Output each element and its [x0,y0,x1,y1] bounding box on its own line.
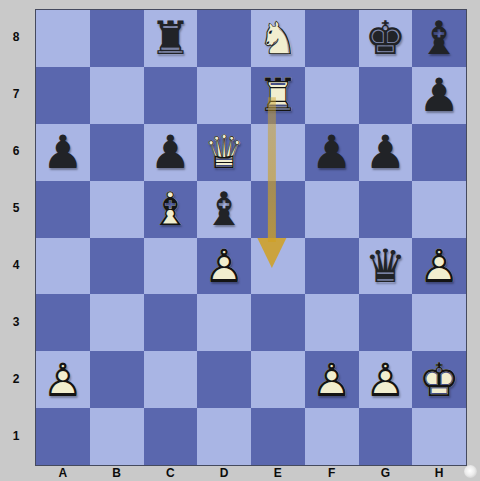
piece-outline-glyph: ♘ [251,10,305,67]
square-d5[interactable]: ♝ [197,181,251,238]
piece-glyph: ♝ [197,181,251,238]
piece-black-pawn[interactable]: ♟ [144,124,198,181]
rank-label-5: 5 [4,180,28,237]
square-h5[interactable] [412,181,466,238]
piece-glyph: ♟ [412,67,466,124]
piece-glyph: ♛ [359,238,413,295]
square-g5[interactable] [359,181,413,238]
square-e3[interactable] [251,294,305,351]
piece-outline-glyph: ♖ [251,67,305,124]
piece-glyph: ♟ [359,124,413,181]
square-b8[interactable] [90,10,144,67]
square-h1[interactable] [412,408,466,465]
square-c1[interactable] [144,408,198,465]
piece-outline-glyph: ♙ [197,238,251,295]
square-g1[interactable] [359,408,413,465]
piece-glyph: ♝ [412,10,466,67]
square-f6[interactable]: ♟ [305,124,359,181]
rank-label-7: 7 [4,66,28,123]
piece-white-rook[interactable]: ♜♖ [251,67,305,124]
piece-white-pawn[interactable]: ♟♙ [197,238,251,295]
square-e6[interactable] [251,124,305,181]
square-a1[interactable] [36,408,90,465]
square-b6[interactable] [90,124,144,181]
square-g3[interactable] [359,294,413,351]
square-f5[interactable] [305,181,359,238]
piece-glyph: ♚ [359,10,413,67]
piece-white-knight[interactable]: ♞♘ [251,10,305,67]
piece-glyph: ♟ [36,124,90,181]
square-d4[interactable]: ♟♙ [197,238,251,295]
piece-outline-glyph: ♙ [36,351,90,408]
piece-white-pawn[interactable]: ♟♙ [305,351,359,408]
piece-glyph: ♟ [305,124,359,181]
square-c7[interactable] [144,67,198,124]
piece-black-rook[interactable]: ♜ [144,10,198,67]
file-label-h: H [412,466,466,480]
square-f7[interactable] [305,67,359,124]
square-b2[interactable] [90,351,144,408]
square-b7[interactable] [90,67,144,124]
square-f8[interactable] [305,10,359,67]
square-f1[interactable] [305,408,359,465]
piece-black-pawn[interactable]: ♟ [359,124,413,181]
file-label-f: F [305,466,359,480]
piece-glyph: ♟ [144,124,198,181]
square-c6[interactable]: ♟ [144,124,198,181]
file-label-b: B [90,466,144,480]
square-b5[interactable] [90,181,144,238]
square-g7[interactable] [359,67,413,124]
square-e8[interactable]: ♞♘ [251,10,305,67]
square-d3[interactable] [197,294,251,351]
square-c5[interactable]: ♝♗ [144,181,198,238]
chess-board: ♜♞♘♚♝♜♖♟♟♟♛♕♟♟♝♗♝♟♙♛♟♙♟♙♟♙♟♙♚♔ [35,9,467,466]
piece-black-pawn[interactable]: ♟ [412,67,466,124]
piece-white-pawn[interactable]: ♟♙ [359,351,413,408]
piece-outline-glyph: ♙ [359,351,413,408]
file-label-c: C [144,466,198,480]
square-h8[interactable]: ♝ [412,10,466,67]
square-h7[interactable]: ♟ [412,67,466,124]
piece-outline-glyph: ♙ [305,351,359,408]
piece-black-king[interactable]: ♚ [359,10,413,67]
square-a2[interactable]: ♟♙ [36,351,90,408]
square-e7[interactable]: ♜♖ [251,67,305,124]
piece-white-pawn[interactable]: ♟♙ [412,238,466,295]
square-d8[interactable] [197,10,251,67]
piece-black-pawn[interactable]: ♟ [36,124,90,181]
file-label-e: E [251,466,305,480]
rank-label-8: 8 [4,9,28,66]
piece-white-king[interactable]: ♚♔ [412,351,466,408]
square-h4[interactable]: ♟♙ [412,238,466,295]
rank-label-4: 4 [4,237,28,294]
square-g8[interactable]: ♚ [359,10,413,67]
square-c3[interactable] [144,294,198,351]
square-c8[interactable]: ♜ [144,10,198,67]
square-f2[interactable]: ♟♙ [305,351,359,408]
board-grid: ♜♞♘♚♝♜♖♟♟♟♛♕♟♟♝♗♝♟♙♛♟♙♟♙♟♙♟♙♚♔ [36,10,466,465]
square-c4[interactable] [144,238,198,295]
rank-label-6: 6 [4,123,28,180]
piece-white-queen[interactable]: ♛♕ [197,124,251,181]
square-f3[interactable] [305,294,359,351]
rank-label-2: 2 [4,350,28,407]
square-d2[interactable] [197,351,251,408]
piece-black-bishop[interactable]: ♝ [412,10,466,67]
square-a8[interactable] [36,10,90,67]
piece-outline-glyph: ♔ [412,351,466,408]
square-g6[interactable]: ♟ [359,124,413,181]
square-d6[interactable]: ♛♕ [197,124,251,181]
square-h3[interactable] [412,294,466,351]
square-a5[interactable] [36,181,90,238]
square-b3[interactable] [90,294,144,351]
piece-outline-glyph: ♗ [144,181,198,238]
square-h2[interactable]: ♚♔ [412,351,466,408]
piece-glyph: ♜ [144,10,198,67]
square-e5[interactable] [251,181,305,238]
square-a4[interactable] [36,238,90,295]
square-e2[interactable] [251,351,305,408]
piece-white-bishop[interactable]: ♝♗ [144,181,198,238]
square-a3[interactable] [36,294,90,351]
square-a6[interactable]: ♟ [36,124,90,181]
square-h6[interactable] [412,124,466,181]
square-e1[interactable] [251,408,305,465]
piece-outline-glyph: ♙ [412,238,466,295]
square-d1[interactable] [197,408,251,465]
file-label-g: G [359,466,413,480]
corner-dot [464,465,477,478]
square-a7[interactable] [36,67,90,124]
square-c2[interactable] [144,351,198,408]
square-b4[interactable] [90,238,144,295]
square-g4[interactable]: ♛ [359,238,413,295]
piece-white-pawn[interactable]: ♟♙ [36,351,90,408]
piece-black-pawn[interactable]: ♟ [305,124,359,181]
square-g2[interactable]: ♟♙ [359,351,413,408]
piece-black-queen[interactable]: ♛ [359,238,413,295]
square-b1[interactable] [90,408,144,465]
piece-black-bishop[interactable]: ♝ [197,181,251,238]
piece-outline-glyph: ♕ [197,124,251,181]
rank-label-3: 3 [4,293,28,350]
square-f4[interactable] [305,238,359,295]
file-label-d: D [197,466,251,480]
square-e4[interactable] [251,238,305,295]
square-d7[interactable] [197,67,251,124]
rank-label-1: 1 [4,407,28,464]
file-label-a: A [36,466,90,480]
